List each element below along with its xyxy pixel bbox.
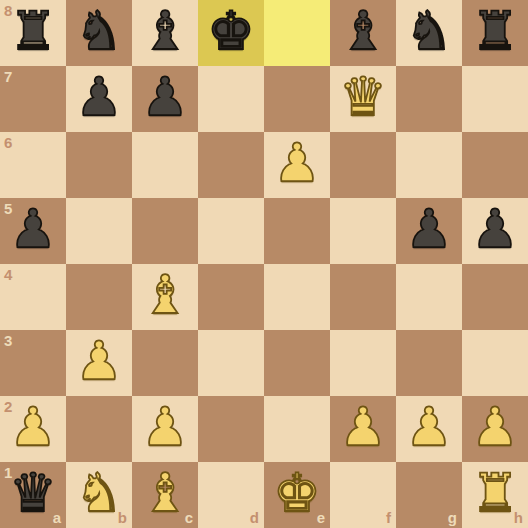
black-rook[interactable]: ♜ (9, 0, 57, 64)
square-h6[interactable] (462, 132, 528, 198)
rank-label-5: 5 (4, 201, 12, 216)
rank-label-3: 3 (4, 333, 12, 348)
square-c7[interactable]: ♟ (132, 66, 198, 132)
black-bishop[interactable]: ♝ (141, 0, 189, 64)
square-b1[interactable]: b♞ (66, 462, 132, 528)
rank-label-4: 4 (4, 267, 12, 282)
square-h2[interactable]: ♟ (462, 396, 528, 462)
file-label-a: a (53, 510, 61, 525)
black-pawn[interactable]: ♟ (405, 196, 453, 262)
white-bishop[interactable]: ♝ (141, 262, 189, 328)
black-pawn[interactable]: ♟ (471, 196, 519, 262)
rank-label-6: 6 (4, 135, 12, 150)
square-e6[interactable]: ♟ (264, 132, 330, 198)
square-c3[interactable] (132, 330, 198, 396)
rank-label-7: 7 (4, 69, 12, 84)
white-queen[interactable]: ♛ (339, 64, 387, 130)
square-c5[interactable] (132, 198, 198, 264)
square-g1[interactable]: g (396, 462, 462, 528)
square-c2[interactable]: ♟ (132, 396, 198, 462)
black-pawn[interactable]: ♟ (141, 64, 189, 130)
black-pawn[interactable]: ♟ (9, 196, 57, 262)
square-g6[interactable] (396, 132, 462, 198)
square-e4[interactable] (264, 264, 330, 330)
square-c1[interactable]: c♝ (132, 462, 198, 528)
square-h3[interactable] (462, 330, 528, 396)
square-h4[interactable] (462, 264, 528, 330)
chess-board: 8♜♞♝♚♝♞♜7♟♟♛6♟5♟♟♟4♝3♟2♟♟♟♟♟1a♛b♞c♝de♚fg… (0, 0, 528, 528)
file-label-e: e (317, 510, 325, 525)
black-knight[interactable]: ♞ (405, 0, 453, 64)
square-a3[interactable]: 3 (0, 330, 66, 396)
file-label-d: d (250, 510, 259, 525)
white-pawn[interactable]: ♟ (75, 328, 123, 394)
square-f2[interactable]: ♟ (330, 396, 396, 462)
square-h1[interactable]: h♜ (462, 462, 528, 528)
square-a8[interactable]: 8♜ (0, 0, 66, 66)
black-rook[interactable]: ♜ (471, 0, 519, 64)
square-b5[interactable] (66, 198, 132, 264)
square-b6[interactable] (66, 132, 132, 198)
square-g3[interactable] (396, 330, 462, 396)
square-d4[interactable] (198, 264, 264, 330)
black-knight[interactable]: ♞ (75, 0, 123, 64)
square-h5[interactable]: ♟ (462, 198, 528, 264)
square-c6[interactable] (132, 132, 198, 198)
square-b4[interactable] (66, 264, 132, 330)
square-a2[interactable]: 2♟ (0, 396, 66, 462)
file-label-f: f (386, 510, 391, 525)
square-a1[interactable]: 1a♛ (0, 462, 66, 528)
square-g5[interactable]: ♟ (396, 198, 462, 264)
square-a5[interactable]: 5♟ (0, 198, 66, 264)
file-label-b: b (118, 510, 127, 525)
square-b2[interactable] (66, 396, 132, 462)
square-e7[interactable] (264, 66, 330, 132)
square-e1[interactable]: e♚ (264, 462, 330, 528)
square-a6[interactable]: 6 (0, 132, 66, 198)
square-e2[interactable] (264, 396, 330, 462)
rank-label-8: 8 (4, 3, 12, 18)
square-c4[interactable]: ♝ (132, 264, 198, 330)
white-pawn[interactable]: ♟ (339, 394, 387, 460)
rank-label-1: 1 (4, 465, 12, 480)
square-e8[interactable] (264, 0, 330, 66)
white-pawn[interactable]: ♟ (9, 394, 57, 460)
square-f3[interactable] (330, 330, 396, 396)
white-rook[interactable]: ♜ (471, 460, 519, 526)
black-king[interactable]: ♚ (207, 0, 255, 64)
white-pawn[interactable]: ♟ (471, 394, 519, 460)
square-e3[interactable] (264, 330, 330, 396)
square-f4[interactable] (330, 264, 396, 330)
square-h8[interactable]: ♜ (462, 0, 528, 66)
square-d3[interactable] (198, 330, 264, 396)
white-pawn[interactable]: ♟ (141, 394, 189, 460)
rank-label-2: 2 (4, 399, 12, 414)
square-f7[interactable]: ♛ (330, 66, 396, 132)
black-queen[interactable]: ♛ (9, 460, 57, 526)
white-pawn[interactable]: ♟ (405, 394, 453, 460)
square-a4[interactable]: 4 (0, 264, 66, 330)
square-g2[interactable]: ♟ (396, 396, 462, 462)
file-label-g: g (448, 510, 457, 525)
square-g4[interactable] (396, 264, 462, 330)
square-d5[interactable] (198, 198, 264, 264)
white-bishop[interactable]: ♝ (141, 460, 189, 526)
square-f6[interactable] (330, 132, 396, 198)
square-g8[interactable]: ♞ (396, 0, 462, 66)
square-d6[interactable] (198, 132, 264, 198)
square-d7[interactable] (198, 66, 264, 132)
square-d8[interactable]: ♚ (198, 0, 264, 66)
white-pawn[interactable]: ♟ (273, 130, 321, 196)
black-pawn[interactable]: ♟ (75, 64, 123, 130)
square-a7[interactable]: 7 (0, 66, 66, 132)
square-b3[interactable]: ♟ (66, 330, 132, 396)
square-e5[interactable] (264, 198, 330, 264)
square-f1[interactable]: f (330, 462, 396, 528)
square-h7[interactable] (462, 66, 528, 132)
square-b7[interactable]: ♟ (66, 66, 132, 132)
white-knight[interactable]: ♞ (75, 460, 123, 526)
square-c8[interactable]: ♝ (132, 0, 198, 66)
file-label-c: c (185, 510, 193, 525)
square-f5[interactable] (330, 198, 396, 264)
square-f8[interactable]: ♝ (330, 0, 396, 66)
square-d1[interactable]: d (198, 462, 264, 528)
black-bishop[interactable]: ♝ (339, 0, 387, 64)
white-king[interactable]: ♚ (273, 460, 321, 526)
square-g7[interactable] (396, 66, 462, 132)
file-label-h: h (514, 510, 523, 525)
square-b8[interactable]: ♞ (66, 0, 132, 66)
square-d2[interactable] (198, 396, 264, 462)
